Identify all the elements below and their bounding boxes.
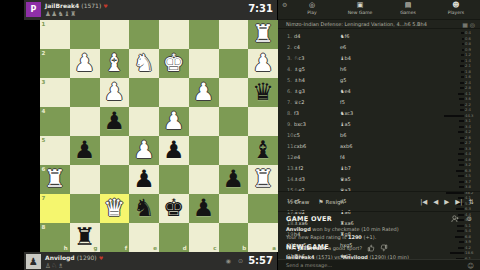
rank-label-4: 4	[42, 108, 46, 114]
time-bar	[461, 54, 464, 56]
panel-tabs: ◎Play▣New Game▤Games☻Players	[288, 0, 480, 19]
top-player-bar: P JailBreak4 (1571) ♥ ♟♟♞♝♜ 7:31	[24, 0, 277, 20]
time-bar	[460, 109, 464, 111]
time-bar	[460, 87, 464, 89]
piece-wP-d4[interactable]: ♟	[159, 109, 189, 133]
black-move[interactable]: ♛a5	[340, 176, 438, 182]
square-g8[interactable]: g♜	[70, 223, 100, 252]
piece-wR-a6[interactable]: ♜	[248, 167, 278, 191]
square-d5[interactable]: ♟	[159, 136, 189, 165]
rank-label-1: 1	[42, 21, 46, 27]
move-times: 3.13.4	[438, 118, 480, 129]
square-e5[interactable]: ♟	[129, 136, 159, 165]
heart-icon: ♥	[103, 3, 107, 9]
square-c4[interactable]	[189, 107, 219, 136]
square-g4[interactable]	[70, 107, 100, 136]
square-b2[interactable]	[219, 49, 249, 78]
tab-games[interactable]: ▤Games	[384, 0, 432, 19]
square-e6[interactable]: ♟	[129, 165, 159, 194]
chess-board[interactable]: 1♜2♟♝♞♚♟3♟♟♛4♟♟5♟♟♟♝6♜♟♟♜7♛♞♚♟8hg♜fedcba	[40, 20, 278, 252]
square-f7[interactable]: ♛	[100, 194, 130, 223]
square-e2[interactable]: ♞	[129, 49, 159, 78]
time-bar	[462, 43, 464, 45]
rank-label-3: 3	[42, 79, 46, 85]
smiley-icon[interactable]: ☺	[467, 262, 474, 270]
time-text: 0.4	[465, 30, 476, 35]
square-a5[interactable]: ♝	[248, 136, 278, 165]
game-over-heading: GAME OVER	[286, 215, 472, 223]
time-text: 2.1	[465, 63, 476, 68]
time-text: 4.4	[465, 151, 476, 156]
time-bar	[460, 82, 464, 84]
square-e3[interactable]	[129, 78, 159, 107]
move-row-10: 10.c5b64.22.6	[278, 129, 480, 140]
time-text: 0.8	[465, 41, 476, 46]
bottom-captured-pieces: ♙♘♗	[45, 262, 64, 270]
square-h7[interactable]: 7	[40, 194, 70, 223]
black-move[interactable]: f4	[340, 154, 438, 160]
move-row-1: 1.d4♞f60.40.6	[278, 30, 480, 41]
time-bar	[460, 65, 464, 67]
white-move[interactable]: ♗g5	[294, 66, 340, 72]
square-a4[interactable]	[248, 107, 278, 136]
time-text: 1.2	[465, 52, 476, 57]
square-f4[interactable]: ♟	[100, 107, 130, 136]
move-times: 0.40.6	[438, 30, 480, 41]
black-move[interactable]: g5	[340, 77, 438, 83]
white-move[interactable]: ♗h4	[294, 77, 340, 83]
move-row-4: 4.♗g5h62.11.8	[278, 63, 480, 74]
move-row-7: 7.♕c2f53.62.2	[278, 96, 480, 107]
time-text: 1.6	[465, 74, 476, 79]
time-bar	[460, 142, 464, 144]
side-panel: ⚙ ◎Play▣New Game▤Games☻Players Nimzo-Ind…	[278, 0, 480, 270]
square-g7[interactable]	[70, 194, 100, 223]
time-bar	[458, 93, 464, 95]
white-move[interactable]: bxc3	[294, 121, 340, 127]
move-number: 4.	[278, 66, 294, 72]
time-bar	[458, 175, 464, 177]
tab-players[interactable]: ☻Players	[432, 0, 480, 19]
time-bar	[460, 104, 464, 106]
piece-bP-d5[interactable]: ♟	[159, 138, 189, 162]
move-number: 5.	[278, 77, 294, 83]
square-d2[interactable]: ♚	[159, 49, 189, 78]
next-move-icon[interactable]: ▶	[444, 198, 449, 206]
file-label-h: h	[64, 245, 68, 251]
move-times: 4.53.7	[438, 173, 480, 184]
white-move[interactable]: c4	[294, 44, 340, 50]
move-times: 3.26.3	[438, 162, 480, 173]
piece-bP-b6[interactable]: ♟	[219, 167, 249, 191]
rank-label-7: 7	[42, 195, 46, 201]
move-number: 7.	[278, 99, 294, 105]
square-h1[interactable]: 1	[40, 20, 70, 49]
bottom-player-avatar[interactable]: ♟	[26, 254, 41, 269]
square-e7[interactable]: ♞	[129, 194, 159, 223]
move-number: 9.	[278, 121, 294, 127]
flag-icon: ⚑	[318, 198, 323, 205]
move-number: 2.	[278, 44, 294, 50]
white-move[interactable]: ♗g3	[294, 88, 340, 94]
black-move[interactable]: f5	[340, 99, 438, 105]
half-point-icon: ½	[287, 198, 293, 205]
black-move[interactable]: ♝b4	[340, 55, 438, 61]
piece-wN-e2[interactable]: ♞	[129, 51, 159, 75]
square-a6[interactable]: ♜	[248, 165, 278, 194]
move-number: 14.	[278, 176, 294, 182]
time-bar	[458, 159, 464, 161]
bottom-player-clock: 5:57	[248, 255, 273, 266]
board-and-flip-icons[interactable]: ▦ ◎	[462, 20, 475, 29]
white-move[interactable]: cxb6	[294, 143, 340, 149]
square-d3[interactable]	[159, 78, 189, 107]
bottom-player-rating: (1290)	[77, 254, 97, 261]
piece-bB-a5[interactable]: ♝	[248, 138, 278, 162]
rating-line: Your new Rapid rating is 1290 (+1).	[286, 234, 472, 240]
square-g6[interactable]	[70, 165, 100, 194]
square-g3[interactable]	[70, 78, 100, 107]
top-captured-pieces: ♟♟♞♝♜	[45, 10, 77, 18]
square-d4[interactable]: ♟	[159, 107, 189, 136]
square-h3[interactable]: 3	[40, 78, 70, 107]
move-number: 1.	[278, 33, 294, 39]
square-g1[interactable]	[70, 20, 100, 49]
time-bar	[458, 131, 464, 133]
piece-bQ-a3[interactable]: ♛	[248, 80, 278, 104]
move-row-5: 5.♗h4g51.62.4	[278, 74, 480, 85]
square-h8[interactable]: 8h	[40, 223, 70, 252]
move-row-6: 6.♗g3♞e42.84.1	[278, 85, 480, 96]
square-c3[interactable]: ♟	[189, 78, 219, 107]
square-g5[interactable]: ♟	[70, 136, 100, 165]
file-label-d: d	[183, 245, 187, 251]
rank-label-2: 2	[42, 50, 46, 56]
black-move[interactable]: ♝a5	[340, 121, 438, 127]
piece-wP-e5[interactable]: ♟	[129, 138, 159, 162]
draw-button[interactable]: ½Draw	[287, 198, 309, 205]
target-icon[interactable]: ⊙	[238, 257, 243, 264]
square-e4[interactable]	[129, 107, 159, 136]
previous-move-icon[interactable]: ◀	[433, 198, 438, 206]
square-a3[interactable]: ♛	[248, 78, 278, 107]
square-h4[interactable]: 4	[40, 107, 70, 136]
square-b5[interactable]	[219, 136, 249, 165]
square-b8[interactable]: b	[219, 223, 249, 252]
opening-name: Nimzo-Indian Defense: Leningrad Variatio…	[278, 19, 480, 29]
top-player-name[interactable]: JailBreak4 (1571) ♥	[45, 2, 108, 9]
move-row-2: 2.c4e60.80.9	[278, 41, 480, 52]
time-text: 2.8	[465, 85, 476, 90]
move-number: 8.	[278, 110, 294, 116]
time-bar	[456, 170, 464, 172]
move-times: 2.11.8	[438, 63, 480, 74]
square-c2[interactable]	[189, 49, 219, 78]
white-move[interactable]: ♘c3	[294, 55, 340, 61]
rank-label-5: 5	[42, 137, 46, 143]
piece-wP-c3[interactable]: ♟	[189, 80, 219, 104]
square-c1[interactable]	[189, 20, 219, 49]
time-bar	[459, 126, 464, 128]
move-number: 10.	[278, 132, 294, 138]
piece-bR-g8[interactable]: ♜	[70, 225, 100, 249]
square-e8[interactable]: e	[129, 223, 159, 252]
square-b7[interactable]	[219, 194, 249, 223]
time-text: 3.6	[465, 96, 476, 101]
time-bar	[461, 71, 464, 73]
players-icon: ☻	[432, 2, 480, 9]
time-bar	[459, 164, 464, 166]
bottom-player-bar: ♟ Anvilogd (1290) ♥ ♙♘♗ ◉ ⊙ 5:57	[24, 252, 277, 270]
square-f6[interactable]	[100, 165, 130, 194]
white-move[interactable]: c5	[294, 132, 340, 138]
white-move[interactable]: ♗f2	[294, 165, 340, 171]
black-move[interactable]: ♞xc3	[340, 110, 438, 116]
move-navigation: |◀◀▶▶|⇅	[420, 198, 474, 206]
square-g2[interactable]: ♟	[70, 49, 100, 78]
rank-label-8: 8	[42, 224, 46, 230]
piece-wQ-f7[interactable]: ♛	[100, 196, 130, 220]
gear-icon[interactable]: ⚙	[282, 1, 287, 8]
square-d1[interactable]	[159, 20, 189, 49]
time-bar	[460, 137, 464, 139]
file-label-b: b	[242, 245, 246, 251]
time-text: 2.7	[465, 140, 476, 145]
move-times: 2.444.3	[438, 107, 480, 118]
piece-wK-d2[interactable]: ♚	[159, 51, 189, 75]
games-icon: ▤	[384, 2, 432, 9]
move-row-11: 11.cxb6axb62.73.3	[278, 140, 480, 151]
piece-wB-f2[interactable]: ♝	[100, 51, 130, 75]
move-number: 12.	[278, 154, 294, 160]
file-label-a: a	[272, 245, 276, 251]
piece-wR-h6[interactable]: ♜	[40, 167, 70, 191]
top-player-rating: (1571)	[81, 2, 101, 9]
black-move[interactable]: ♞f6	[340, 33, 438, 39]
square-f1[interactable]	[100, 20, 130, 49]
square-f2[interactable]: ♝	[100, 49, 130, 78]
black-move[interactable]: ♝b7	[340, 165, 438, 171]
gear-icon[interactable]: ⚙	[466, 215, 472, 223]
square-a2[interactable]: ♟	[248, 49, 278, 78]
move-times: 4.44.6	[438, 151, 480, 162]
time-bar	[462, 38, 464, 40]
move-row-9: 9.bxc3♝a53.13.4	[278, 118, 480, 129]
square-f5[interactable]	[100, 136, 130, 165]
bottom-player-username: Anvilogd	[45, 254, 75, 261]
white-move[interactable]: d4	[294, 33, 340, 39]
move-row-13: 13.♗f2♝b73.26.3	[278, 162, 480, 173]
time-text: 3.8	[465, 184, 476, 189]
white-move[interactable]: f3	[294, 110, 340, 116]
piece-wR-a1[interactable]: ♜	[248, 22, 278, 46]
square-c8[interactable]: c	[189, 223, 219, 252]
black-move[interactable]: ♞e4	[340, 88, 438, 94]
piece-bN-e7[interactable]: ♞	[129, 196, 159, 220]
square-e1[interactable]	[129, 20, 159, 49]
first-move-icon[interactable]: |◀	[420, 198, 427, 206]
square-a1[interactable]: ♜	[248, 20, 278, 49]
move-row-8: 8.f3♞xc32.444.3	[278, 107, 480, 118]
time-bar	[461, 32, 464, 34]
move-times: 1.62.4	[438, 74, 480, 85]
time-bar	[459, 98, 464, 100]
move-times: 3.62.2	[438, 96, 480, 107]
result-line: Anvilogd won by checkmate (10 min Rated)	[286, 226, 472, 232]
piece-wP-a2[interactable]: ♟	[248, 51, 278, 75]
black-move[interactable]: h6	[340, 66, 438, 72]
tab-play[interactable]: ◎Play	[288, 0, 336, 19]
black-move[interactable]: e6	[340, 44, 438, 50]
square-c6[interactable]	[189, 165, 219, 194]
square-a7[interactable]	[248, 194, 278, 223]
time-bar	[459, 148, 464, 150]
square-b3[interactable]	[219, 78, 249, 107]
move-times: 2.84.1	[438, 85, 480, 96]
white-move[interactable]: ♕c2	[294, 99, 340, 105]
square-h5[interactable]: 5	[40, 136, 70, 165]
move-times: 1.21.4	[438, 52, 480, 63]
time-bar	[462, 49, 464, 51]
piece-bP-c7[interactable]: ♟	[189, 196, 219, 220]
move-row-12: 12.e4f44.44.6	[278, 151, 480, 162]
square-b1[interactable]	[219, 20, 249, 49]
time-text: 3.1	[465, 118, 476, 123]
top-player-clock: 7:31	[248, 3, 273, 14]
resign-button[interactable]: ⚑Resign	[318, 198, 344, 205]
time-text: 4.2	[465, 129, 476, 134]
square-c7[interactable]: ♟	[189, 194, 219, 223]
black-move[interactable]: axb6	[340, 143, 438, 149]
square-f8[interactable]: f	[100, 223, 130, 252]
white-move[interactable]: ♗d3	[294, 176, 340, 182]
square-b4[interactable]	[219, 107, 249, 136]
time-text: 3.2	[465, 162, 476, 167]
play-icon: ◎	[288, 2, 336, 9]
piece-bK-d7[interactable]: ♚	[159, 196, 189, 220]
square-a8[interactable]: a	[248, 223, 278, 252]
move-number: 11.	[278, 143, 294, 149]
square-d8[interactable]: d	[159, 223, 189, 252]
flip-icon[interactable]: ⇅	[469, 198, 474, 206]
time-bar	[461, 76, 464, 78]
move-list[interactable]: 1.d4♞f60.40.62.c4e60.80.93.♘c3♝b41.21.44…	[278, 30, 480, 191]
move-number: 13.	[278, 165, 294, 171]
top-player-username: JailBreak4	[45, 2, 79, 9]
file-label-f: f	[125, 245, 127, 251]
time-bar	[461, 60, 464, 62]
move-row-14: 14.♗d3♛a54.53.7	[278, 173, 480, 184]
heart-icon: ♥	[99, 255, 103, 261]
square-h6[interactable]: 6♜	[40, 165, 70, 194]
eye-icon[interactable]: ◉	[226, 257, 231, 264]
tab-new-game[interactable]: ▣New Game	[336, 0, 384, 19]
square-d7[interactable]: ♚	[159, 194, 189, 223]
time-text: 2.4	[465, 107, 476, 112]
time-text: 4.5	[465, 173, 476, 178]
time-bar	[458, 153, 464, 155]
square-h2[interactable]: 2	[40, 49, 70, 78]
new-game-icon: ▣	[336, 2, 384, 9]
add-person-icon[interactable]	[451, 215, 459, 223]
time-bar	[459, 120, 464, 122]
square-c5[interactable]	[189, 136, 219, 165]
white-move[interactable]: e4	[294, 154, 340, 160]
move-times: 0.80.9	[438, 41, 480, 52]
move-times: 4.22.6	[438, 129, 480, 140]
time-bar	[459, 181, 464, 183]
game-controls: ½Draw ⚑Resign |◀◀▶▶|⇅	[278, 191, 480, 211]
piece-bP-f4[interactable]: ♟	[100, 109, 130, 133]
piece-wP-g2[interactable]: ♟	[70, 51, 100, 75]
square-f3[interactable]: ♟	[100, 78, 130, 107]
piece-bP-e6[interactable]: ♟	[129, 167, 159, 191]
chat-input[interactable]: Send a message...	[278, 260, 480, 270]
square-b6[interactable]: ♟	[219, 165, 249, 194]
piece-bP-g5[interactable]: ♟	[70, 138, 100, 162]
black-move[interactable]: b6	[340, 132, 438, 138]
bottom-player-name[interactable]: Anvilogd (1290) ♥	[45, 254, 103, 261]
top-player-avatar[interactable]: P	[26, 2, 41, 17]
move-times: 2.73.3	[438, 140, 480, 151]
opening-text: Nimzo-Indian Defense: Leningrad Variatio…	[286, 21, 427, 27]
last-move-icon[interactable]: ▶|	[455, 198, 462, 206]
move-row-3: 3.♘c3♝b41.21.4	[278, 52, 480, 63]
piece-wP-f3[interactable]: ♟	[100, 80, 130, 104]
file-label-c: c	[213, 245, 216, 251]
move-number: 3.	[278, 55, 294, 61]
time-bar	[459, 186, 464, 188]
square-d6[interactable]	[159, 165, 189, 194]
new-game-heading: NEW GAME	[286, 243, 472, 251]
chat-bar: Send a message... ☺	[278, 259, 480, 270]
file-label-e: e	[153, 245, 157, 251]
move-number: 6.	[278, 88, 294, 94]
time-bar	[444, 115, 464, 117]
